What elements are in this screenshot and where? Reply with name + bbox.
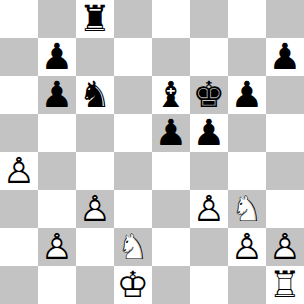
square-c7[interactable] <box>76 38 114 76</box>
piece-white-king: ♔ <box>117 267 149 303</box>
piece-black-knight: ♞ <box>79 77 111 113</box>
piece-black-pawn: ♟ <box>41 77 73 113</box>
square-c2[interactable] <box>76 228 114 266</box>
square-d7[interactable] <box>114 38 152 76</box>
piece-black-pawn: ♟ <box>269 39 301 75</box>
piece-white-rook: ♖ <box>269 267 301 303</box>
square-e4[interactable] <box>152 152 190 190</box>
square-e1[interactable] <box>152 266 190 304</box>
square-c4[interactable] <box>76 152 114 190</box>
square-b4[interactable] <box>38 152 76 190</box>
square-d2[interactable]: ♞♘ <box>114 228 152 266</box>
square-c5[interactable] <box>76 114 114 152</box>
square-b2[interactable]: ♟♙ <box>38 228 76 266</box>
square-h1[interactable]: ♜♖ <box>266 266 304 304</box>
square-e3[interactable] <box>152 190 190 228</box>
piece-white-pawn: ♙ <box>193 191 225 227</box>
piece-white-knight: ♘ <box>231 191 263 227</box>
square-h5[interactable] <box>266 114 304 152</box>
square-g7[interactable] <box>228 38 266 76</box>
square-d3[interactable] <box>114 190 152 228</box>
square-a5[interactable] <box>0 114 38 152</box>
square-a3[interactable] <box>0 190 38 228</box>
square-h8[interactable] <box>266 0 304 38</box>
square-f3[interactable]: ♟♙ <box>190 190 228 228</box>
square-c3[interactable]: ♟♙ <box>76 190 114 228</box>
piece-black-bishop: ♝ <box>155 77 187 113</box>
piece-white-pawn: ♙ <box>41 229 73 265</box>
square-b3[interactable] <box>38 190 76 228</box>
square-f1[interactable] <box>190 266 228 304</box>
square-d6[interactable] <box>114 76 152 114</box>
piece-black-pawn: ♟ <box>155 115 187 151</box>
square-a4[interactable]: ♟♙ <box>0 152 38 190</box>
square-f4[interactable] <box>190 152 228 190</box>
square-f8[interactable] <box>190 0 228 38</box>
square-g4[interactable] <box>228 152 266 190</box>
square-d5[interactable] <box>114 114 152 152</box>
square-b1[interactable] <box>38 266 76 304</box>
square-b5[interactable] <box>38 114 76 152</box>
square-b6[interactable]: ♟ <box>38 76 76 114</box>
square-a8[interactable] <box>0 0 38 38</box>
piece-black-king: ♚ <box>193 77 225 113</box>
piece-white-pawn: ♙ <box>231 229 263 265</box>
square-g6[interactable]: ♟ <box>228 76 266 114</box>
square-e6[interactable]: ♝ <box>152 76 190 114</box>
square-d1[interactable]: ♚♔ <box>114 266 152 304</box>
piece-black-pawn: ♟ <box>231 77 263 113</box>
square-a2[interactable] <box>0 228 38 266</box>
square-e2[interactable] <box>152 228 190 266</box>
piece-black-rook: ♜ <box>79 1 111 37</box>
square-a7[interactable] <box>0 38 38 76</box>
piece-white-pawn: ♙ <box>269 229 301 265</box>
chess-board: ♜♟♟♟♞♝♚♟♟♟♟♙♟♙♟♙♞♘♟♙♞♘♟♙♟♙♚♔♜♖ <box>0 0 304 304</box>
square-e7[interactable] <box>152 38 190 76</box>
square-c8[interactable]: ♜ <box>76 0 114 38</box>
square-c1[interactable] <box>76 266 114 304</box>
square-g1[interactable] <box>228 266 266 304</box>
square-d8[interactable] <box>114 0 152 38</box>
piece-black-pawn: ♟ <box>41 39 73 75</box>
square-g5[interactable] <box>228 114 266 152</box>
square-b7[interactable]: ♟ <box>38 38 76 76</box>
square-c6[interactable]: ♞ <box>76 76 114 114</box>
square-g3[interactable]: ♞♘ <box>228 190 266 228</box>
square-f5[interactable]: ♟ <box>190 114 228 152</box>
piece-white-knight: ♘ <box>117 229 149 265</box>
square-h4[interactable] <box>266 152 304 190</box>
square-h2[interactable]: ♟♙ <box>266 228 304 266</box>
square-d4[interactable] <box>114 152 152 190</box>
square-b8[interactable] <box>38 0 76 38</box>
square-f2[interactable] <box>190 228 228 266</box>
piece-black-pawn: ♟ <box>193 115 225 151</box>
square-e8[interactable] <box>152 0 190 38</box>
square-g2[interactable]: ♟♙ <box>228 228 266 266</box>
piece-white-pawn: ♙ <box>79 191 111 227</box>
square-e5[interactable]: ♟ <box>152 114 190 152</box>
square-f7[interactable] <box>190 38 228 76</box>
square-f6[interactable]: ♚ <box>190 76 228 114</box>
square-a1[interactable] <box>0 266 38 304</box>
square-h6[interactable] <box>266 76 304 114</box>
square-h3[interactable] <box>266 190 304 228</box>
square-h7[interactable]: ♟ <box>266 38 304 76</box>
piece-white-pawn: ♙ <box>3 153 35 189</box>
square-a6[interactable] <box>0 76 38 114</box>
square-g8[interactable] <box>228 0 266 38</box>
